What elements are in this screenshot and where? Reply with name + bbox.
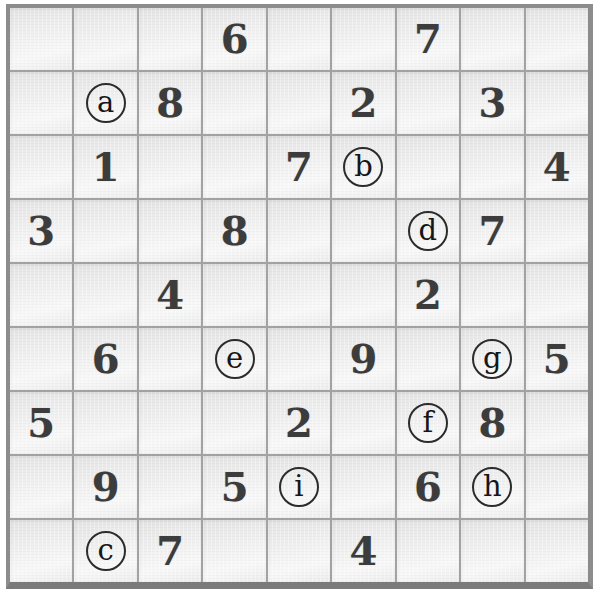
cell-r7c7[interactable]: f (397, 392, 459, 454)
sudoku-board-frame: 67a82317b438d7426e9g552f895i6hc74 (6, 4, 593, 589)
cell-r8c5[interactable]: i (268, 456, 330, 518)
cell-r1c3[interactable] (139, 8, 201, 70)
given-digit-1: 1 (92, 147, 120, 187)
sudoku-board: 67a82317b438d7426e9g552f895i6hc74 (6, 4, 593, 589)
cell-r9c6[interactable]: 4 (332, 520, 394, 582)
cell-r8c4[interactable]: 5 (203, 456, 265, 518)
cell-r6c2[interactable]: 6 (74, 328, 136, 390)
given-digit-3: 3 (478, 83, 506, 123)
cell-r3c2[interactable]: 1 (74, 136, 136, 198)
given-digit-3: 3 (27, 211, 55, 251)
cell-r1c8[interactable] (461, 8, 523, 70)
cell-r7c8[interactable]: 8 (461, 392, 523, 454)
circled-letter-a: a (86, 83, 126, 123)
given-digit-4: 4 (350, 531, 378, 571)
cell-r8c9[interactable] (526, 456, 588, 518)
cell-r8c8[interactable]: h (461, 456, 523, 518)
given-digit-7: 7 (414, 19, 442, 59)
given-digit-7: 7 (478, 211, 506, 251)
given-digit-4: 4 (156, 275, 184, 315)
given-digit-5: 5 (221, 467, 249, 507)
cell-r1c7[interactable]: 7 (397, 8, 459, 70)
cell-r7c3[interactable] (139, 392, 201, 454)
cell-r4c9[interactable] (526, 200, 588, 262)
cell-r3c9[interactable]: 4 (526, 136, 588, 198)
cell-r4c5[interactable] (268, 200, 330, 262)
cell-r2c5[interactable] (268, 72, 330, 134)
given-digit-6: 6 (221, 19, 249, 59)
cell-r5c1[interactable] (10, 264, 72, 326)
cell-r4c4[interactable]: 8 (203, 200, 265, 262)
given-digit-5: 5 (27, 403, 55, 443)
cell-r9c3[interactable]: 7 (139, 520, 201, 582)
cell-r6c4[interactable]: e (203, 328, 265, 390)
cell-r2c3[interactable]: 8 (139, 72, 201, 134)
cell-r5c6[interactable] (332, 264, 394, 326)
cell-r2c6[interactable]: 2 (332, 72, 394, 134)
cell-r7c6[interactable] (332, 392, 394, 454)
cell-r2c9[interactable] (526, 72, 588, 134)
cell-r6c6[interactable]: 9 (332, 328, 394, 390)
cell-r6c5[interactable] (268, 328, 330, 390)
cell-r4c8[interactable]: 7 (461, 200, 523, 262)
cell-r1c9[interactable] (526, 8, 588, 70)
cell-r5c9[interactable] (526, 264, 588, 326)
cell-r2c8[interactable]: 3 (461, 72, 523, 134)
cell-r5c5[interactable] (268, 264, 330, 326)
circled-letter-b: b (343, 147, 383, 187)
cell-r7c4[interactable] (203, 392, 265, 454)
cell-r5c4[interactable] (203, 264, 265, 326)
given-digit-8: 8 (221, 211, 249, 251)
cell-r5c2[interactable] (74, 264, 136, 326)
cell-r3c3[interactable] (139, 136, 201, 198)
given-digit-4: 4 (543, 147, 571, 187)
circled-letter-g: g (472, 339, 512, 379)
cell-r8c1[interactable] (10, 456, 72, 518)
cell-r8c7[interactable]: 6 (397, 456, 459, 518)
cell-r6c9[interactable]: 5 (526, 328, 588, 390)
cell-r1c6[interactable] (332, 8, 394, 70)
cell-r3c6[interactable]: b (332, 136, 394, 198)
cell-r3c1[interactable] (10, 136, 72, 198)
cell-r4c6[interactable] (332, 200, 394, 262)
cell-r3c4[interactable] (203, 136, 265, 198)
given-digit-9: 9 (350, 339, 378, 379)
given-digit-2: 2 (285, 403, 313, 443)
cell-r7c1[interactable]: 5 (10, 392, 72, 454)
cell-r7c9[interactable] (526, 392, 588, 454)
cell-r7c2[interactable] (74, 392, 136, 454)
cell-r8c6[interactable] (332, 456, 394, 518)
given-digit-2: 2 (414, 275, 442, 315)
cell-r2c4[interactable] (203, 72, 265, 134)
given-digit-7: 7 (285, 147, 313, 187)
circled-letter-h: h (472, 467, 512, 507)
cell-r8c2[interactable]: 9 (74, 456, 136, 518)
given-digit-9: 9 (92, 467, 120, 507)
cell-r9c7[interactable] (397, 520, 459, 582)
circled-letter-f: f (408, 403, 448, 443)
given-digit-2: 2 (350, 83, 378, 123)
cell-r9c9[interactable] (526, 520, 588, 582)
cell-r4c1[interactable]: 3 (10, 200, 72, 262)
cell-r6c1[interactable] (10, 328, 72, 390)
cell-r2c2[interactable]: a (74, 72, 136, 134)
cell-r1c1[interactable] (10, 8, 72, 70)
given-digit-6: 6 (414, 467, 442, 507)
cell-r2c1[interactable] (10, 72, 72, 134)
cell-r6c7[interactable] (397, 328, 459, 390)
cell-r3c8[interactable] (461, 136, 523, 198)
cell-r1c5[interactable] (268, 8, 330, 70)
given-digit-5: 5 (543, 339, 571, 379)
cell-r9c8[interactable] (461, 520, 523, 582)
cell-r1c4[interactable]: 6 (203, 8, 265, 70)
cell-r9c4[interactable] (203, 520, 265, 582)
cell-r4c7[interactable]: d (397, 200, 459, 262)
circled-letter-c: c (86, 531, 126, 571)
cell-r3c7[interactable] (397, 136, 459, 198)
cell-r5c7[interactable]: 2 (397, 264, 459, 326)
circled-letter-i: i (279, 467, 319, 507)
cell-r4c2[interactable] (74, 200, 136, 262)
cell-r8c3[interactable] (139, 456, 201, 518)
given-digit-8: 8 (478, 403, 506, 443)
given-digit-6: 6 (92, 339, 120, 379)
circled-letter-d: d (408, 211, 448, 251)
cell-r1c2[interactable] (74, 8, 136, 70)
cell-r4c3[interactable] (139, 200, 201, 262)
cell-r2c7[interactable] (397, 72, 459, 134)
cell-r6c3[interactable] (139, 328, 201, 390)
cell-r5c8[interactable] (461, 264, 523, 326)
cell-r9c5[interactable] (268, 520, 330, 582)
given-digit-7: 7 (156, 531, 184, 571)
cell-r5c3[interactable]: 4 (139, 264, 201, 326)
circled-letter-e: e (215, 339, 255, 379)
given-digit-8: 8 (156, 83, 184, 123)
cell-r3c5[interactable]: 7 (268, 136, 330, 198)
cell-r6c8[interactable]: g (461, 328, 523, 390)
cell-r9c2[interactable]: c (74, 520, 136, 582)
cell-r7c5[interactable]: 2 (268, 392, 330, 454)
cell-r9c1[interactable] (10, 520, 72, 582)
